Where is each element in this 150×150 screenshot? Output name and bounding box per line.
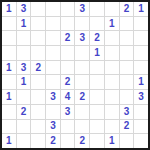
grid-cell-r10c3[interactable] <box>31 134 45 148</box>
grid-cell-r6c7[interactable] <box>90 75 104 89</box>
grid-cell-r10c6[interactable]: 2 <box>75 134 89 148</box>
grid-cell-r4c8[interactable] <box>105 46 119 60</box>
clue-number: 2 <box>124 4 130 14</box>
clue-number: 1 <box>21 77 27 87</box>
grid-cell-r7c3[interactable] <box>31 90 45 104</box>
clue-number: 2 <box>21 107 27 117</box>
grid-cell-r8c2[interactable]: 2 <box>17 105 31 119</box>
grid-cell-r3c3[interactable] <box>31 31 45 45</box>
grid-cell-r6c4[interactable] <box>46 75 60 89</box>
grid-cell-r8c8[interactable] <box>105 105 119 119</box>
grid-cell-r1c4[interactable] <box>46 2 60 16</box>
grid-cell-r8c3[interactable] <box>31 105 45 119</box>
clue-number: 1 <box>6 63 12 73</box>
minesweeper-board: 1332111232113212113423233321221 <box>0 0 150 150</box>
grid-cell-r6c8[interactable] <box>105 75 119 89</box>
grid-cell-r6c1[interactable] <box>2 75 16 89</box>
grid-cell-r9c3[interactable] <box>31 120 45 134</box>
grid-cell-r10c7[interactable] <box>90 134 104 148</box>
clue-number: 3 <box>80 33 86 43</box>
grid-cell-r4c4[interactable] <box>46 46 60 60</box>
clue-number: 1 <box>109 136 115 146</box>
grid-cell-r7c6[interactable]: 2 <box>75 90 89 104</box>
grid-cell-r10c1[interactable]: 1 <box>2 134 16 148</box>
grid-cell-r9c2[interactable] <box>17 120 31 134</box>
grid-cell-r10c2[interactable] <box>17 134 31 148</box>
grid-cell-r8c9[interactable]: 3 <box>120 105 134 119</box>
grid-cell-r9c5[interactable] <box>61 120 75 134</box>
clue-number: 1 <box>138 4 144 14</box>
grid-cell-r10c9[interactable] <box>120 134 134 148</box>
grid-cell-r1c8[interactable] <box>105 2 119 16</box>
clue-number: 3 <box>21 4 27 14</box>
grid-cell-r4c6[interactable] <box>75 46 89 60</box>
grid-cell-r5c5[interactable] <box>61 61 75 75</box>
grid-cell-r10c4[interactable]: 2 <box>46 134 60 148</box>
grid-cell-r1c3[interactable] <box>31 2 45 16</box>
grid-cell-r2c10[interactable] <box>134 17 148 31</box>
grid-cell-r3c6[interactable]: 3 <box>75 31 89 45</box>
grid-cell-r5c3[interactable]: 2 <box>31 61 45 75</box>
grid-cell-r5c2[interactable]: 3 <box>17 61 31 75</box>
grid-cell-r6c5[interactable]: 2 <box>61 75 75 89</box>
grid-cell-r4c1[interactable] <box>2 46 16 60</box>
grid-cell-r7c2[interactable] <box>17 90 31 104</box>
grid-cell-r1c7[interactable] <box>90 2 104 16</box>
grid-cell-r9c10[interactable] <box>134 120 148 134</box>
grid-cell-r5c4[interactable] <box>46 61 60 75</box>
clue-number: 2 <box>124 121 130 131</box>
grid-cell-r5c6[interactable] <box>75 61 89 75</box>
grid-cell-r7c1[interactable]: 1 <box>2 90 16 104</box>
grid-cell-r3c2[interactable] <box>17 31 31 45</box>
grid-cell-r6c2[interactable]: 1 <box>17 75 31 89</box>
grid-cell-r4c10[interactable] <box>134 46 148 60</box>
grid-cell-r10c10[interactable] <box>134 134 148 148</box>
grid-cell-r9c1[interactable] <box>2 120 16 134</box>
grid-cell-r4c2[interactable] <box>17 46 31 60</box>
grid-cell-r8c7[interactable] <box>90 105 104 119</box>
grid-cell-r4c3[interactable] <box>31 46 45 60</box>
grid-cell-r5c7[interactable] <box>90 61 104 75</box>
grid-cell-r1c10[interactable]: 1 <box>134 2 148 16</box>
clue-number: 3 <box>124 107 130 117</box>
grid-cell-r9c6[interactable] <box>75 120 89 134</box>
grid-cell-r9c7[interactable] <box>90 120 104 134</box>
grid-cell-r1c5[interactable] <box>61 2 75 16</box>
grid-cell-r5c9[interactable] <box>120 61 134 75</box>
clue-number: 1 <box>21 19 27 29</box>
clue-number: 2 <box>94 33 100 43</box>
grid-cell-r7c7[interactable] <box>90 90 104 104</box>
grid-cell-r4c5[interactable] <box>61 46 75 60</box>
grid-cell-r3c1[interactable] <box>2 31 16 45</box>
grid-cell-r2c7[interactable] <box>90 17 104 31</box>
clue-number: 2 <box>65 77 71 87</box>
grid-cell-r3c7[interactable]: 2 <box>90 31 104 45</box>
clue-number: 3 <box>65 107 71 117</box>
clue-number: 3 <box>50 92 56 102</box>
grid-cell-r7c4[interactable]: 3 <box>46 90 60 104</box>
clue-number: 3 <box>21 63 27 73</box>
grid-cell-r10c8[interactable]: 1 <box>105 134 119 148</box>
grid-cell-r7c8[interactable] <box>105 90 119 104</box>
grid-cell-r2c4[interactable] <box>46 17 60 31</box>
grid-cell-r6c6[interactable] <box>75 75 89 89</box>
grid-cell-r1c1[interactable]: 1 <box>2 2 16 16</box>
grid-cell-r6c3[interactable] <box>31 75 45 89</box>
grid-cell-r2c8[interactable]: 1 <box>105 17 119 31</box>
grid-cell-r5c1[interactable]: 1 <box>2 61 16 75</box>
grid-cell-r10c5[interactable] <box>61 134 75 148</box>
clue-number: 2 <box>80 92 86 102</box>
grid-cell-r2c9[interactable] <box>120 17 134 31</box>
grid-cell-r7c9[interactable] <box>120 90 134 104</box>
grid-cell-r2c6[interactable] <box>75 17 89 31</box>
clue-number: 1 <box>6 4 12 14</box>
grid-cell-r3c4[interactable] <box>46 31 60 45</box>
grid-cell-r6c9[interactable] <box>120 75 134 89</box>
clue-number: 1 <box>6 136 12 146</box>
grid-cell-r3c8[interactable] <box>105 31 119 45</box>
grid-cell-r8c10[interactable] <box>134 105 148 119</box>
grid-cell-r7c5[interactable]: 4 <box>61 90 75 104</box>
clue-number: 1 <box>138 77 144 87</box>
clue-number: 3 <box>80 4 86 14</box>
grid-cell-r3c5[interactable]: 2 <box>61 31 75 45</box>
grid-cell-r9c9[interactable]: 2 <box>120 120 134 134</box>
grid-cell-r8c6[interactable] <box>75 105 89 119</box>
clue-number: 2 <box>35 63 41 73</box>
clue-number: 2 <box>65 33 71 43</box>
grid-cell-r2c3[interactable] <box>31 17 45 31</box>
grid-cell-r3c9[interactable] <box>120 31 134 45</box>
grid-cell-r2c5[interactable] <box>61 17 75 31</box>
grid-cell-r7c10[interactable]: 3 <box>134 90 148 104</box>
clue-number: 1 <box>109 19 115 29</box>
grid-cell-r9c4[interactable]: 3 <box>46 120 60 134</box>
clue-number: 4 <box>65 92 71 102</box>
grid-cell-r3c10[interactable] <box>134 31 148 45</box>
grid-cell-r5c8[interactable] <box>105 61 119 75</box>
grid-cell-r8c1[interactable] <box>2 105 16 119</box>
grid-cell-r8c5[interactable]: 3 <box>61 105 75 119</box>
grid-cell-r1c9[interactable]: 2 <box>120 2 134 16</box>
grid-cell-r8c4[interactable] <box>46 105 60 119</box>
clue-number: 1 <box>94 48 100 58</box>
clue-number: 2 <box>80 136 86 146</box>
clue-number: 3 <box>50 121 56 131</box>
grid-cell-r5c10[interactable] <box>134 61 148 75</box>
clue-number: 3 <box>138 92 144 102</box>
clue-number: 1 <box>6 92 12 102</box>
grid-cell-r1c2[interactable]: 3 <box>17 2 31 16</box>
clue-number: 2 <box>50 136 56 146</box>
grid-cell-r4c9[interactable] <box>120 46 134 60</box>
grid-cell-r2c2[interactable]: 1 <box>17 17 31 31</box>
grid-cell-r6c10[interactable]: 1 <box>134 75 148 89</box>
grid-cell-r9c8[interactable] <box>105 120 119 134</box>
grid-cell-r2c1[interactable] <box>2 17 16 31</box>
grid-cell-r1c6[interactable]: 3 <box>75 2 89 16</box>
grid-cell-r4c7[interactable]: 1 <box>90 46 104 60</box>
